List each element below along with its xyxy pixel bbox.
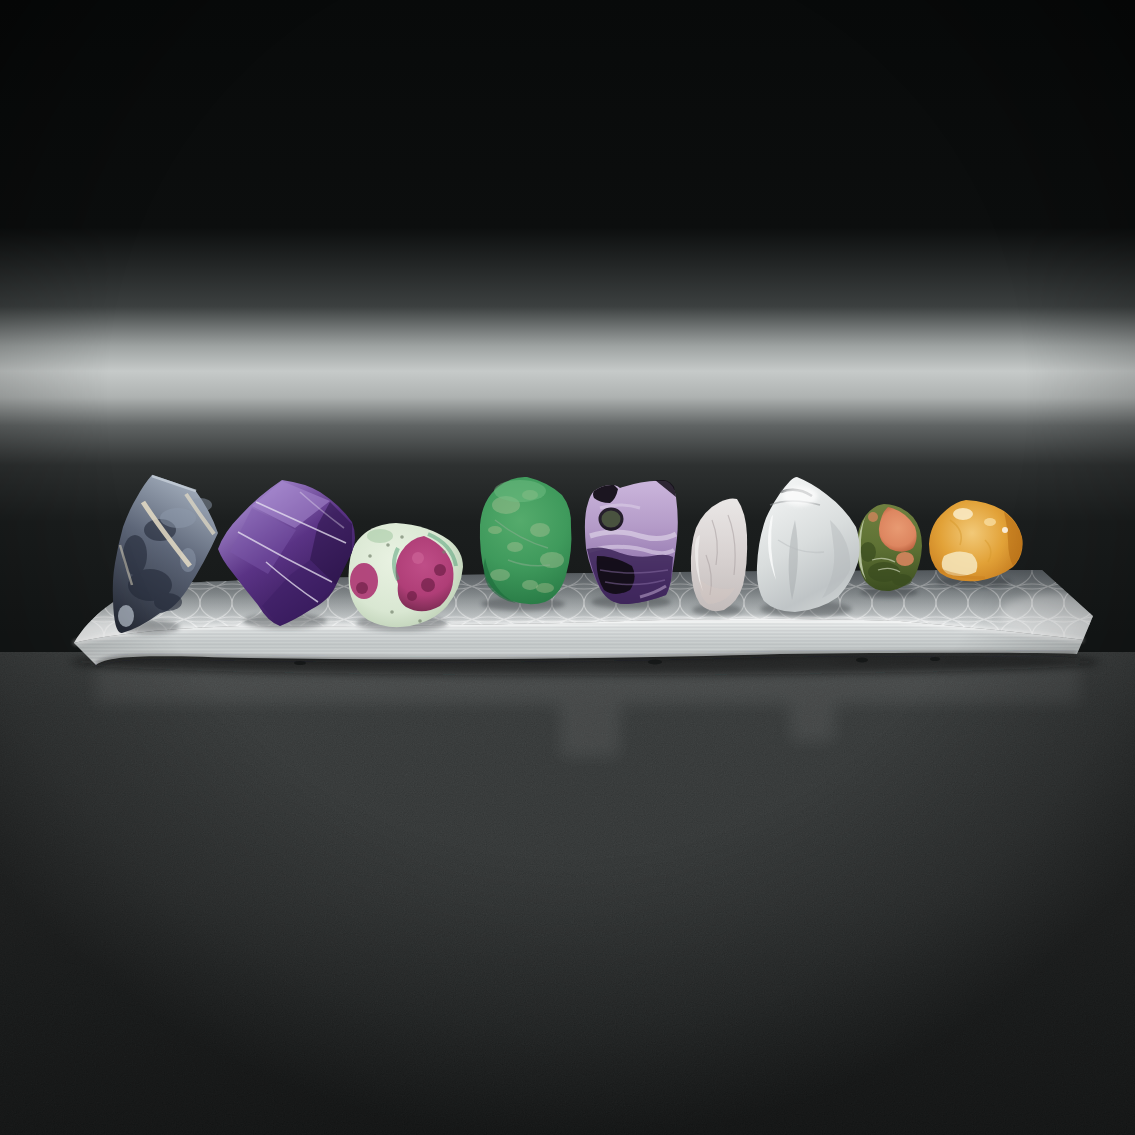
vignette [0, 0, 1135, 1135]
gemstone-product-photo [0, 0, 1135, 1135]
gemstone-photo-svg [0, 0, 1135, 1135]
